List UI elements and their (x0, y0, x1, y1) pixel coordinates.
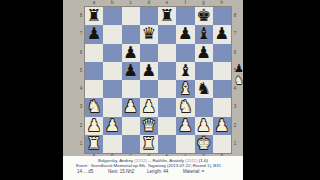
game-info-panel: Bolgarsky, Andrey (2212) -- Rakhlin, Ana… (63, 156, 243, 180)
square-c6[interactable]: ♟ (122, 44, 140, 62)
square-f8[interactable] (176, 7, 194, 25)
black-rook-e8[interactable]: ♜ (158, 7, 176, 25)
black-player-name: Rakhlin, Anatoly (152, 158, 183, 163)
square-h4[interactable] (213, 80, 231, 98)
rank-label-6: 6 (232, 44, 238, 62)
rank-label-8: 8 (232, 7, 238, 25)
white-rook-a1[interactable]: ♜ (85, 135, 103, 153)
square-d6[interactable] (140, 44, 158, 62)
material-balance: Material: = (183, 169, 204, 175)
square-a2[interactable]: ♟ (85, 117, 103, 135)
black-queen-d7[interactable]: ♛ (140, 25, 158, 43)
captured-material-tray: ♟♞ (234, 63, 244, 87)
square-d3[interactable]: ♟ (140, 98, 158, 116)
square-g1[interactable]: ♚ (195, 135, 213, 153)
square-b6[interactable] (103, 44, 121, 62)
square-h8[interactable] (213, 7, 231, 25)
square-e3[interactable] (158, 98, 176, 116)
black-pawn-c5[interactable]: ♟ (122, 62, 140, 80)
black-pawn-a7[interactable]: ♟ (85, 25, 103, 43)
white-pawn-a2[interactable]: ♟ (85, 117, 103, 135)
black-pawn-g6[interactable]: ♟ (195, 44, 213, 62)
status-line: 14 ... d5 Next: 15.Nh2 Length: 44 Materi… (63, 169, 243, 175)
square-b2[interactable]: ♟ (103, 117, 121, 135)
rank-label-3: 3 (78, 98, 84, 116)
white-player-rating: (2212) (134, 158, 147, 163)
square-f1[interactable] (176, 135, 194, 153)
black-bishop-f5[interactable]: ♝ (176, 62, 194, 80)
square-h6[interactable] (213, 44, 231, 62)
last-move: 14 ... d5 (77, 169, 93, 175)
square-f6[interactable] (176, 44, 194, 62)
square-c1[interactable] (122, 135, 140, 153)
file-label-h: h (213, 0, 231, 6)
square-d2[interactable]: ♛ (140, 117, 158, 135)
black-bishop-g7[interactable]: ♝ (195, 25, 213, 43)
rank-label-1: 1 (78, 135, 84, 153)
square-g5[interactable] (195, 62, 213, 80)
square-h1[interactable] (213, 135, 231, 153)
rank-label-2: 2 (78, 117, 84, 135)
white-pawn-g2[interactable]: ♟ (195, 117, 213, 135)
square-g6[interactable]: ♟ (195, 44, 213, 62)
white-rook-d1[interactable]: ♜ (140, 135, 158, 153)
square-d7[interactable]: ♛ (140, 25, 158, 43)
square-g2[interactable]: ♟ (195, 117, 213, 135)
square-e2[interactable] (158, 117, 176, 135)
square-h2[interactable]: ♟ (213, 117, 231, 135)
white-knight-f3[interactable]: ♞ (176, 98, 194, 116)
square-d1[interactable]: ♜ (140, 135, 158, 153)
rank-label-3: 3 (232, 98, 238, 116)
square-g4[interactable]: ♞ (195, 80, 213, 98)
square-g7[interactable]: ♝ (195, 25, 213, 43)
rank-label-2: 2 (232, 117, 238, 135)
white-knight-a3[interactable]: ♞ (85, 98, 103, 116)
square-c7[interactable] (122, 25, 140, 43)
rank-label-7: 7 (232, 25, 238, 43)
black-pawn-h7[interactable]: ♟ (213, 25, 231, 43)
black-knight-g4[interactable]: ♞ (195, 80, 213, 98)
square-f4[interactable]: ♝ (176, 80, 194, 98)
square-g3[interactable] (195, 98, 213, 116)
square-b4[interactable] (103, 80, 121, 98)
square-g8[interactable]: ♚ (195, 7, 213, 25)
white-pawn-d3[interactable]: ♟ (140, 98, 158, 116)
square-d5[interactable]: ♟ (140, 62, 158, 80)
black-pawn-f7[interactable]: ♟ (176, 25, 194, 43)
square-a4[interactable] (85, 80, 103, 98)
rank-label-4: 4 (78, 80, 84, 98)
file-label-d: d (140, 0, 158, 6)
square-e1[interactable] (158, 135, 176, 153)
black-pawn-d5[interactable]: ♟ (140, 62, 158, 80)
video-frame: abcdefgh abcdefgh 87654321 87654321 ♜♜♚♟… (0, 0, 320, 180)
square-e5[interactable] (158, 62, 176, 80)
square-b1[interactable] (103, 135, 121, 153)
white-bishop-f4[interactable]: ♝ (176, 80, 194, 98)
rank-label-1: 1 (232, 135, 238, 153)
rank-label-5: 5 (78, 62, 84, 80)
square-f3[interactable]: ♞ (176, 98, 194, 116)
tray-white-knight: ♞ (234, 75, 244, 87)
chess-board[interactable]: ♜♜♚♟♛♟♝♟♟♟♟♟♝♝♞♞♟♟♞♟♟♛♟♟♟♜♜♚ (85, 7, 231, 153)
next-move: Next: 15.Nh2 (108, 169, 134, 175)
white-king-g1[interactable]: ♚ (195, 135, 213, 153)
square-h3[interactable] (213, 98, 231, 116)
white-queen-d2[interactable]: ♛ (140, 117, 158, 135)
white-pawn-f2[interactable]: ♟ (176, 117, 194, 135)
square-c3[interactable]: ♟ (122, 98, 140, 116)
square-e8[interactable]: ♜ (158, 7, 176, 25)
square-a5[interactable] (85, 62, 103, 80)
chess-app-window: abcdefgh abcdefgh 87654321 87654321 ♜♜♚♟… (63, 0, 243, 180)
square-f2[interactable]: ♟ (176, 117, 194, 135)
file-label-f: f (176, 0, 194, 6)
square-b5[interactable] (103, 62, 121, 80)
rank-labels-left: 87654321 (78, 7, 84, 153)
square-h7[interactable]: ♟ (213, 25, 231, 43)
black-player-rating: (2011) (185, 158, 197, 163)
square-b8[interactable] (103, 7, 121, 25)
square-h5[interactable] (213, 62, 231, 80)
square-f5[interactable]: ♝ (176, 62, 194, 80)
square-c2[interactable] (122, 117, 140, 135)
rank-label-8: 8 (78, 7, 84, 25)
black-king-g8[interactable]: ♚ (195, 7, 213, 25)
square-e6[interactable] (158, 44, 176, 62)
black-rook-a8[interactable]: ♜ (85, 7, 103, 25)
file-label-c: c (122, 0, 140, 6)
square-a8[interactable]: ♜ (85, 7, 103, 25)
square-d4[interactable] (140, 80, 158, 98)
square-a7[interactable]: ♟ (85, 25, 103, 43)
white-pawn-b2[interactable]: ♟ (103, 117, 121, 135)
white-player-name: Bolgarsky, Andrey (98, 158, 133, 163)
square-b3[interactable] (103, 98, 121, 116)
players-separator: -- (148, 158, 151, 163)
rank-label-6: 6 (78, 44, 84, 62)
square-e7[interactable] (158, 25, 176, 43)
square-b7[interactable] (103, 25, 121, 43)
rank-label-7: 7 (78, 25, 84, 43)
square-a6[interactable] (85, 44, 103, 62)
square-a1[interactable]: ♜ (85, 135, 103, 153)
square-c4[interactable] (122, 80, 140, 98)
game-result: (1-0) (199, 158, 208, 163)
square-e4[interactable] (158, 80, 176, 98)
file-label-b: b (103, 0, 121, 6)
square-c5[interactable]: ♟ (122, 62, 140, 80)
square-d8[interactable] (140, 7, 158, 25)
square-c8[interactable] (122, 7, 140, 25)
white-pawn-h2[interactable]: ♟ (213, 117, 231, 135)
square-a3[interactable]: ♞ (85, 98, 103, 116)
black-pawn-c6[interactable]: ♟ (122, 44, 140, 62)
white-pawn-c3[interactable]: ♟ (122, 98, 140, 116)
game-length: Length: 44 (147, 169, 168, 175)
square-f7[interactable]: ♟ (176, 25, 194, 43)
